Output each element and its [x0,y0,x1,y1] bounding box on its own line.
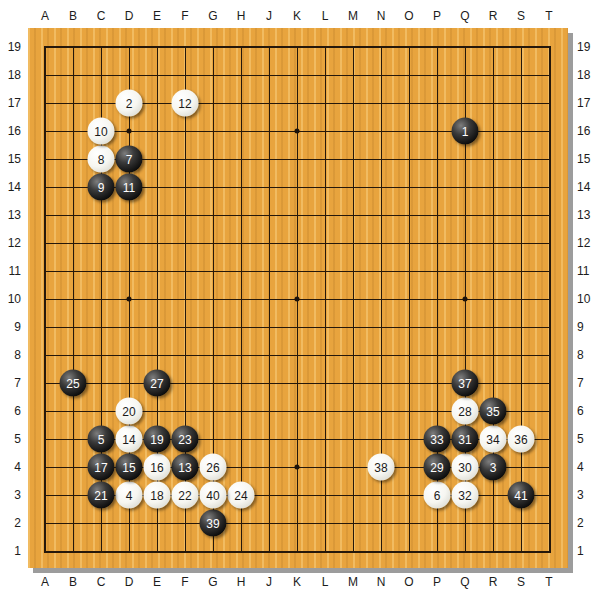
white-stone-move-10: 10 [88,118,115,145]
white-stone-move-4: 4 [116,482,143,509]
coord-label-bottom-C: C [87,574,115,590]
stone-move-number: 9 [98,181,105,193]
stone-move-number: 27 [150,377,163,389]
stone-move-number: 22 [178,489,191,501]
stone-move-number: 25 [66,377,79,389]
stone-move-number: 4 [126,489,133,501]
coord-label-bottom-N: N [367,574,395,590]
coord-label-bottom-H: H [227,574,255,590]
black-stone-move-29: 29 [424,454,451,481]
black-stone-move-41: 41 [508,482,535,509]
coord-label-top-F: F [171,8,199,24]
stone-move-number: 11 [123,181,135,193]
coord-label-top-L: L [311,8,339,24]
stone-move-number: 3 [490,461,497,473]
coord-label-right-10: 10 [577,291,600,307]
coord-label-left-12: 12 [0,235,21,251]
coord-label-top-S: S [507,8,535,24]
coord-label-top-J: J [255,8,283,24]
black-stone-move-7: 7 [116,146,143,173]
stone-move-number: 34 [486,433,499,445]
coord-label-top-K: K [283,8,311,24]
stone-move-number: 20 [122,405,135,417]
star-point [127,129,132,134]
star-point [295,297,300,302]
black-stone-move-5: 5 [88,426,115,453]
stone-move-number: 31 [458,433,471,445]
coord-label-right-14: 14 [577,179,600,195]
stone-move-number: 21 [94,489,107,501]
black-stone-move-37: 37 [452,370,479,397]
coord-label-bottom-K: K [283,574,311,590]
stone-move-number: 30 [458,461,471,473]
go-board[interactable]: 1234567891011121314151617181920212223242… [28,28,568,568]
coord-label-bottom-D: D [115,574,143,590]
stone-move-number: 17 [94,461,107,473]
stone-move-number: 24 [234,489,247,501]
white-stone-move-40: 40 [200,482,227,509]
coord-label-left-14: 14 [0,179,21,195]
white-stone-move-24: 24 [228,482,255,509]
coord-label-bottom-F: F [171,574,199,590]
stone-move-number: 41 [514,489,527,501]
black-stone-move-13: 13 [172,454,199,481]
coord-label-right-18: 18 [577,67,600,83]
coord-label-right-8: 8 [577,347,600,363]
stone-move-number: 1 [462,125,469,137]
stone-move-number: 35 [486,405,499,417]
coord-label-bottom-L: L [311,574,339,590]
stone-move-number: 10 [94,125,107,137]
coord-label-left-4: 4 [0,459,21,475]
white-stone-move-22: 22 [172,482,199,509]
star-point [127,297,132,302]
coord-label-left-18: 18 [0,67,21,83]
stone-move-number: 33 [430,433,443,445]
coord-label-top-H: H [227,8,255,24]
black-stone-move-21: 21 [88,482,115,509]
stone-move-number: 6 [434,489,441,501]
coord-label-right-15: 15 [577,151,600,167]
white-stone-move-20: 20 [116,398,143,425]
coord-label-right-9: 9 [577,319,600,335]
coord-label-right-4: 4 [577,459,600,475]
coord-label-top-G: G [199,8,227,24]
stone-move-number: 12 [178,97,191,109]
coord-label-left-2: 2 [0,515,21,531]
coord-label-top-O: O [395,8,423,24]
white-stone-move-34: 34 [480,426,507,453]
white-stone-move-6: 6 [424,482,451,509]
coord-label-left-16: 16 [0,123,21,139]
coord-label-top-E: E [143,8,171,24]
stone-move-number: 28 [458,405,471,417]
coord-label-left-13: 13 [0,207,21,223]
stone-move-number: 38 [374,461,387,473]
coord-label-bottom-S: S [507,574,535,590]
coord-label-left-17: 17 [0,95,21,111]
coord-label-right-16: 16 [577,123,600,139]
white-stone-move-8: 8 [88,146,115,173]
stone-move-number: 36 [514,433,527,445]
coord-label-bottom-E: E [143,574,171,590]
coord-label-right-2: 2 [577,515,600,531]
black-stone-move-17: 17 [88,454,115,481]
black-stone-move-11: 11 [116,174,143,201]
white-stone-move-28: 28 [452,398,479,425]
white-stone-move-36: 36 [508,426,535,453]
coord-label-top-N: N [367,8,395,24]
stone-move-number: 26 [206,461,219,473]
coord-label-right-19: 19 [577,39,600,55]
coord-label-right-3: 3 [577,487,600,503]
black-stone-move-9: 9 [88,174,115,201]
white-stone-move-18: 18 [144,482,171,509]
coord-label-right-11: 11 [577,263,600,279]
white-stone-move-14: 14 [116,426,143,453]
coord-label-left-1: 1 [0,543,21,559]
coord-label-bottom-O: O [395,574,423,590]
coord-label-top-B: B [59,8,87,24]
black-stone-move-39: 39 [200,510,227,537]
star-point [463,297,468,302]
stone-move-number: 32 [458,489,471,501]
coord-label-bottom-T: T [535,574,563,590]
stone-move-number: 14 [122,433,135,445]
black-stone-move-15: 15 [116,454,143,481]
coord-label-left-15: 15 [0,151,21,167]
stone-move-number: 19 [150,433,163,445]
coord-label-left-11: 11 [0,263,21,279]
coord-label-right-6: 6 [577,403,600,419]
black-stone-move-33: 33 [424,426,451,453]
stone-move-number: 7 [126,153,133,165]
coord-label-right-12: 12 [577,235,600,251]
star-point [295,465,300,470]
coord-label-top-C: C [87,8,115,24]
coord-label-bottom-G: G [199,574,227,590]
white-stone-move-38: 38 [368,454,395,481]
coord-label-bottom-J: J [255,574,283,590]
stone-move-number: 39 [206,517,219,529]
coord-label-bottom-M: M [339,574,367,590]
coord-label-right-1: 1 [577,543,600,559]
stone-move-number: 2 [126,97,133,109]
coord-label-top-D: D [115,8,143,24]
stone-move-number: 40 [206,489,219,501]
coord-label-left-5: 5 [0,431,21,447]
coord-label-bottom-R: R [479,574,507,590]
black-stone-move-19: 19 [144,426,171,453]
kifu-diagram: 1234567891011121314151617181920212223242… [0,0,600,600]
stone-move-number: 5 [98,433,105,445]
coord-label-right-13: 13 [577,207,600,223]
stone-move-number: 29 [430,461,443,473]
white-stone-move-30: 30 [452,454,479,481]
white-stone-move-26: 26 [200,454,227,481]
white-stone-move-12: 12 [172,90,199,117]
stone-move-number: 23 [178,433,191,445]
coord-label-bottom-A: A [31,574,59,590]
coord-label-bottom-B: B [59,574,87,590]
coord-label-left-10: 10 [0,291,21,307]
star-point [295,129,300,134]
coord-label-right-5: 5 [577,431,600,447]
coord-label-top-P: P [423,8,451,24]
stone-move-number: 37 [458,377,471,389]
stone-move-number: 13 [178,461,191,473]
coord-label-left-3: 3 [0,487,21,503]
white-stone-move-2: 2 [116,90,143,117]
stone-move-number: 15 [122,461,135,473]
black-stone-move-25: 25 [60,370,87,397]
coord-label-right-17: 17 [577,95,600,111]
black-stone-move-1: 1 [452,118,479,145]
white-stone-move-16: 16 [144,454,171,481]
stone-move-number: 16 [150,461,163,473]
coord-label-right-7: 7 [577,375,600,391]
black-stone-move-23: 23 [172,426,199,453]
black-stone-move-31: 31 [452,426,479,453]
black-stone-move-35: 35 [480,398,507,425]
coord-label-top-M: M [339,8,367,24]
coord-label-top-A: A [31,8,59,24]
coord-label-top-T: T [535,8,563,24]
stone-move-number: 8 [98,153,105,165]
white-stone-move-32: 32 [452,482,479,509]
coord-label-top-Q: Q [451,8,479,24]
coord-label-left-8: 8 [0,347,21,363]
coord-label-left-7: 7 [0,375,21,391]
coord-label-left-19: 19 [0,39,21,55]
black-stone-move-3: 3 [480,454,507,481]
coord-label-top-R: R [479,8,507,24]
coord-label-bottom-Q: Q [451,574,479,590]
black-stone-move-27: 27 [144,370,171,397]
stone-move-number: 18 [150,489,163,501]
coord-label-bottom-P: P [423,574,451,590]
coord-label-left-9: 9 [0,319,21,335]
coord-label-left-6: 6 [0,403,21,419]
